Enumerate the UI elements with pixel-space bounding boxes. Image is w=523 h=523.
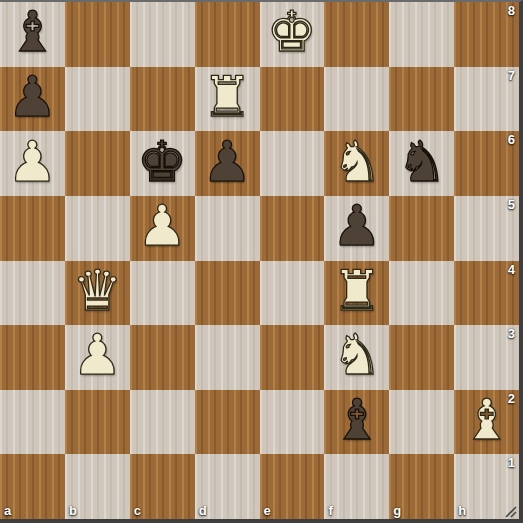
square-b5[interactable] xyxy=(65,196,130,261)
square-h7[interactable]: 7 xyxy=(454,67,519,132)
square-e5[interactable] xyxy=(260,196,325,261)
file-label: c xyxy=(134,503,141,518)
chess-board: ♝♚8♟♜7♟♚♟♞♞6♟♟5♛♜4♟♞3♝2♝abcdefg1h xyxy=(0,0,523,523)
square-b8[interactable] xyxy=(65,2,130,67)
square-d8[interactable] xyxy=(195,2,260,67)
file-label: a xyxy=(4,503,11,518)
square-f5[interactable]: ♟ xyxy=(324,196,389,261)
square-e3[interactable] xyxy=(260,325,325,390)
square-g3[interactable] xyxy=(389,325,454,390)
square-b2[interactable] xyxy=(65,390,130,455)
square-f7[interactable] xyxy=(324,67,389,132)
piece-white-knight[interactable]: ♞ xyxy=(332,134,382,190)
square-e1[interactable]: e xyxy=(260,454,325,519)
square-d5[interactable] xyxy=(195,196,260,261)
piece-white-rook[interactable]: ♜ xyxy=(202,69,252,125)
rank-label: 3 xyxy=(508,326,515,341)
square-h5[interactable]: 5 xyxy=(454,196,519,261)
square-c6[interactable]: ♚ xyxy=(130,131,195,196)
square-a2[interactable] xyxy=(0,390,65,455)
square-h3[interactable]: 3 xyxy=(454,325,519,390)
square-g2[interactable] xyxy=(389,390,454,455)
piece-white-bishop[interactable]: ♝ xyxy=(461,392,511,448)
square-e4[interactable] xyxy=(260,261,325,326)
square-h8[interactable]: 8 xyxy=(454,2,519,67)
rank-label: 7 xyxy=(508,68,515,83)
square-d6[interactable]: ♟ xyxy=(195,131,260,196)
square-a1[interactable]: a xyxy=(0,454,65,519)
rank-label: 1 xyxy=(508,455,515,470)
square-a6[interactable]: ♟ xyxy=(0,131,65,196)
square-f3[interactable]: ♞ xyxy=(324,325,389,390)
square-g4[interactable] xyxy=(389,261,454,326)
file-label: h xyxy=(458,503,466,518)
chess-board-widget: ♝♚8♟♜7♟♚♟♞♞6♟♟5♛♜4♟♞3♝2♝abcdefg1h xyxy=(0,0,523,523)
square-g6[interactable]: ♞ xyxy=(389,131,454,196)
square-d1[interactable]: d xyxy=(195,454,260,519)
square-c2[interactable] xyxy=(130,390,195,455)
piece-white-king[interactable]: ♚ xyxy=(267,4,317,60)
square-b3[interactable]: ♟ xyxy=(65,325,130,390)
piece-white-knight[interactable]: ♞ xyxy=(332,327,382,383)
piece-white-queen[interactable]: ♛ xyxy=(72,263,122,319)
square-h2[interactable]: 2♝ xyxy=(454,390,519,455)
square-c5[interactable]: ♟ xyxy=(130,196,195,261)
resize-handle-icon[interactable] xyxy=(503,504,517,518)
square-a5[interactable] xyxy=(0,196,65,261)
square-g1[interactable]: g xyxy=(389,454,454,519)
square-g5[interactable] xyxy=(389,196,454,261)
square-b7[interactable] xyxy=(65,67,130,132)
square-h4[interactable]: 4 xyxy=(454,261,519,326)
square-f2[interactable]: ♝ xyxy=(324,390,389,455)
square-a7[interactable]: ♟ xyxy=(0,67,65,132)
square-d7[interactable]: ♜ xyxy=(195,67,260,132)
piece-black-knight[interactable]: ♞ xyxy=(397,134,447,190)
rank-label: 5 xyxy=(508,197,515,212)
file-label: d xyxy=(199,503,207,518)
square-f4[interactable]: ♜ xyxy=(324,261,389,326)
square-b4[interactable]: ♛ xyxy=(65,261,130,326)
square-g8[interactable] xyxy=(389,2,454,67)
rank-label: 8 xyxy=(508,3,515,18)
piece-white-pawn[interactable]: ♟ xyxy=(7,134,57,190)
piece-black-king[interactable]: ♚ xyxy=(137,134,187,190)
square-e8[interactable]: ♚ xyxy=(260,2,325,67)
square-a8[interactable]: ♝ xyxy=(0,2,65,67)
square-d3[interactable] xyxy=(195,325,260,390)
square-e6[interactable] xyxy=(260,131,325,196)
piece-black-bishop[interactable]: ♝ xyxy=(332,392,382,448)
piece-black-pawn[interactable]: ♟ xyxy=(7,69,57,125)
square-e7[interactable] xyxy=(260,67,325,132)
piece-white-pawn[interactable]: ♟ xyxy=(72,327,122,383)
square-d4[interactable] xyxy=(195,261,260,326)
square-b6[interactable] xyxy=(65,131,130,196)
file-label: g xyxy=(393,503,401,518)
piece-black-bishop[interactable]: ♝ xyxy=(7,4,57,60)
square-f6[interactable]: ♞ xyxy=(324,131,389,196)
square-a4[interactable] xyxy=(0,261,65,326)
square-f8[interactable] xyxy=(324,2,389,67)
file-label: e xyxy=(264,503,271,518)
square-e2[interactable] xyxy=(260,390,325,455)
square-b1[interactable]: b xyxy=(65,454,130,519)
file-label: f xyxy=(328,503,332,518)
rank-label: 4 xyxy=(508,262,515,277)
rank-label: 6 xyxy=(508,132,515,147)
square-f1[interactable]: f xyxy=(324,454,389,519)
square-a3[interactable] xyxy=(0,325,65,390)
square-c3[interactable] xyxy=(130,325,195,390)
piece-white-pawn[interactable]: ♟ xyxy=(137,198,187,254)
piece-white-rook[interactable]: ♜ xyxy=(332,263,382,319)
square-c1[interactable]: c xyxy=(130,454,195,519)
square-d2[interactable] xyxy=(195,390,260,455)
file-label: b xyxy=(69,503,77,518)
piece-black-pawn[interactable]: ♟ xyxy=(332,198,382,254)
piece-black-pawn[interactable]: ♟ xyxy=(202,134,252,190)
square-g7[interactable] xyxy=(389,67,454,132)
square-c7[interactable] xyxy=(130,67,195,132)
square-h6[interactable]: 6 xyxy=(454,131,519,196)
square-c8[interactable] xyxy=(130,2,195,67)
square-c4[interactable] xyxy=(130,261,195,326)
